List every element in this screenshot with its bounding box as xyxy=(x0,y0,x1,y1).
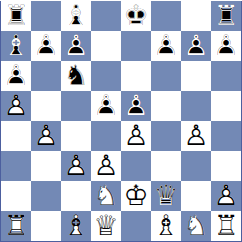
square-g3[interactable] xyxy=(181,151,211,181)
piece-black-pawn[interactable]: ♟♙ xyxy=(181,31,211,61)
piece-black-pawn[interactable]: ♟♙ xyxy=(121,91,151,121)
piece-black-pawn[interactable]: ♟♙ xyxy=(91,91,121,121)
square-e6[interactable] xyxy=(121,61,151,91)
piece-black-pawn[interactable]: ♟♙ xyxy=(31,31,61,61)
piece-black-bishop[interactable]: ♝♗ xyxy=(61,1,91,31)
square-d3[interactable]: ♟♙ xyxy=(91,151,121,181)
piece-white-pawn[interactable]: ♟♙ xyxy=(31,121,61,151)
piece-black-knight[interactable]: ♞♘ xyxy=(61,61,91,91)
square-g4[interactable]: ♟♙ xyxy=(181,121,211,151)
piece-white-pawn[interactable]: ♟♙ xyxy=(61,151,91,181)
piece-white-bishop[interactable]: ♝♗ xyxy=(151,211,181,241)
square-h6[interactable] xyxy=(211,61,241,91)
square-b8[interactable] xyxy=(31,1,61,31)
piece-white-knight[interactable]: ♞♘ xyxy=(91,181,121,211)
square-e8[interactable]: ♚♔ xyxy=(121,1,151,31)
square-a3[interactable] xyxy=(1,151,31,181)
square-e3[interactable] xyxy=(121,151,151,181)
piece-white-pawn[interactable]: ♟♙ xyxy=(121,121,151,151)
square-f2[interactable]: ♛♕ xyxy=(151,181,181,211)
square-g6[interactable] xyxy=(181,61,211,91)
square-b1[interactable] xyxy=(31,211,61,241)
square-d6[interactable] xyxy=(91,61,121,91)
square-g5[interactable] xyxy=(181,91,211,121)
square-h8[interactable]: ♜♖ xyxy=(211,1,241,31)
square-b4[interactable]: ♟♙ xyxy=(31,121,61,151)
square-e4[interactable]: ♟♙ xyxy=(121,121,151,151)
piece-black-pawn[interactable]: ♟♙ xyxy=(211,31,241,61)
square-b5[interactable] xyxy=(31,91,61,121)
square-d8[interactable] xyxy=(91,1,121,31)
square-h2[interactable]: ♟♙ xyxy=(211,181,241,211)
square-e1[interactable] xyxy=(121,211,151,241)
square-c4[interactable] xyxy=(61,121,91,151)
square-b2[interactable] xyxy=(31,181,61,211)
square-d2[interactable]: ♞♘ xyxy=(91,181,121,211)
piece-white-king[interactable]: ♚♔ xyxy=(121,181,151,211)
chess-board: ♜♖♝♗♚♔♜♖♝♗♟♙♟♙♟♙♟♙♟♙♟♙♞♘♟♙♟♙♟♙♟♙♟♙♟♙♟♙♟♙… xyxy=(1,1,241,241)
square-e5[interactable]: ♟♙ xyxy=(121,91,151,121)
square-d4[interactable] xyxy=(91,121,121,151)
square-h3[interactable] xyxy=(211,151,241,181)
piece-black-pawn[interactable]: ♟♙ xyxy=(151,31,181,61)
square-f3[interactable] xyxy=(151,151,181,181)
square-c7[interactable]: ♟♙ xyxy=(61,31,91,61)
square-d1[interactable]: ♛♕ xyxy=(91,211,121,241)
chess-board-frame: ♜♖♝♗♚♔♜♖♝♗♟♙♟♙♟♙♟♙♟♙♟♙♞♘♟♙♟♙♟♙♟♙♟♙♟♙♟♙♟♙… xyxy=(0,1,242,242)
square-g8[interactable] xyxy=(181,1,211,31)
piece-black-pawn[interactable]: ♟♙ xyxy=(61,31,91,61)
square-e2[interactable]: ♚♔ xyxy=(121,181,151,211)
piece-black-rook[interactable]: ♜♖ xyxy=(1,1,31,31)
square-a6[interactable]: ♟♙ xyxy=(1,61,31,91)
piece-white-rook[interactable]: ♜♖ xyxy=(1,211,31,241)
square-c3[interactable]: ♟♙ xyxy=(61,151,91,181)
piece-white-rook[interactable]: ♜♖ xyxy=(211,211,241,241)
square-f1[interactable]: ♝♗ xyxy=(151,211,181,241)
piece-black-bishop[interactable]: ♝♗ xyxy=(1,31,31,61)
square-h7[interactable]: ♟♙ xyxy=(211,31,241,61)
square-c1[interactable]: ♝♗ xyxy=(61,211,91,241)
square-b7[interactable]: ♟♙ xyxy=(31,31,61,61)
square-f6[interactable] xyxy=(151,61,181,91)
square-c8[interactable]: ♝♗ xyxy=(61,1,91,31)
square-h5[interactable] xyxy=(211,91,241,121)
square-b3[interactable] xyxy=(31,151,61,181)
square-a2[interactable] xyxy=(1,181,31,211)
piece-white-pawn[interactable]: ♟♙ xyxy=(1,91,31,121)
square-f7[interactable]: ♟♙ xyxy=(151,31,181,61)
square-a8[interactable]: ♜♖ xyxy=(1,1,31,31)
piece-black-king[interactable]: ♚♔ xyxy=(121,1,151,31)
piece-white-knight[interactable]: ♞♘ xyxy=(181,211,211,241)
piece-white-pawn[interactable]: ♟♙ xyxy=(181,121,211,151)
piece-black-pawn[interactable]: ♟♙ xyxy=(1,61,31,91)
square-f8[interactable] xyxy=(151,1,181,31)
square-e7[interactable] xyxy=(121,31,151,61)
square-f4[interactable] xyxy=(151,121,181,151)
square-c2[interactable] xyxy=(61,181,91,211)
piece-white-queen[interactable]: ♛♕ xyxy=(91,211,121,241)
piece-white-bishop[interactable]: ♝♗ xyxy=(61,211,91,241)
square-a7[interactable]: ♝♗ xyxy=(1,31,31,61)
square-d7[interactable] xyxy=(91,31,121,61)
square-g7[interactable]: ♟♙ xyxy=(181,31,211,61)
square-f5[interactable] xyxy=(151,91,181,121)
square-h1[interactable]: ♜♖ xyxy=(211,211,241,241)
square-g1[interactable]: ♞♘ xyxy=(181,211,211,241)
piece-white-pawn[interactable]: ♟♙ xyxy=(211,181,241,211)
piece-black-rook[interactable]: ♜♖ xyxy=(211,1,241,31)
piece-white-pawn[interactable]: ♟♙ xyxy=(91,151,121,181)
square-c6[interactable]: ♞♘ xyxy=(61,61,91,91)
square-a1[interactable]: ♜♖ xyxy=(1,211,31,241)
piece-black-queen[interactable]: ♛♕ xyxy=(151,181,181,211)
square-a5[interactable]: ♟♙ xyxy=(1,91,31,121)
square-d5[interactable]: ♟♙ xyxy=(91,91,121,121)
square-b6[interactable] xyxy=(31,61,61,91)
square-a4[interactable] xyxy=(1,121,31,151)
square-c5[interactable] xyxy=(61,91,91,121)
square-g2[interactable] xyxy=(181,181,211,211)
square-h4[interactable] xyxy=(211,121,241,151)
